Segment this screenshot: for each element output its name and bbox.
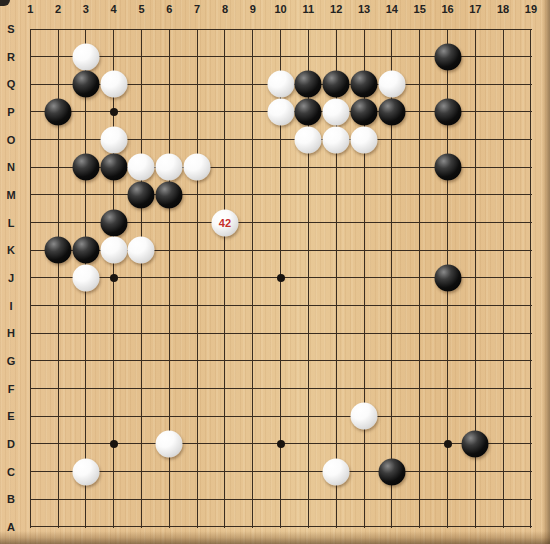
grid-line-horizontal: [30, 388, 532, 389]
column-label: 14: [386, 4, 398, 15]
star-point: [110, 274, 118, 282]
black-stone[interactable]: [100, 209, 127, 236]
black-stone[interactable]: [323, 71, 350, 98]
go-board[interactable]: 12345678910111213141516171819SRQPONMLKJI…: [0, 0, 550, 544]
grid-line-vertical: [503, 29, 504, 528]
white-stone[interactable]: [100, 237, 127, 264]
black-stone[interactable]: [462, 430, 489, 457]
row-label: I: [9, 300, 12, 311]
black-stone[interactable]: [45, 98, 72, 125]
black-stone[interactable]: [434, 98, 461, 125]
row-label: L: [8, 217, 15, 228]
black-stone[interactable]: [156, 181, 183, 208]
row-label: K: [7, 245, 15, 256]
column-label: 2: [55, 4, 61, 15]
black-stone[interactable]: [295, 98, 322, 125]
row-label: A: [7, 521, 15, 532]
star-point: [110, 108, 118, 116]
grid-line-vertical: [141, 29, 142, 528]
column-label: 5: [138, 4, 144, 15]
black-stone[interactable]: [100, 154, 127, 181]
row-label: Q: [7, 79, 16, 90]
column-label: 18: [497, 4, 509, 15]
grid-line-vertical: [530, 29, 531, 528]
board-edge-right: [542, 0, 550, 544]
white-stone[interactable]: [351, 126, 378, 153]
row-label: G: [7, 355, 16, 366]
column-label: 17: [469, 4, 481, 15]
column-label: 4: [111, 4, 117, 15]
grid-line-vertical: [197, 29, 198, 528]
row-label: E: [7, 411, 14, 422]
black-stone[interactable]: [351, 71, 378, 98]
white-stone[interactable]: [156, 154, 183, 181]
star-point: [444, 440, 452, 448]
grid-line-horizontal: [30, 305, 532, 306]
black-stone[interactable]: [295, 71, 322, 98]
black-stone[interactable]: [434, 43, 461, 70]
column-label: 16: [441, 4, 453, 15]
column-label: 15: [414, 4, 426, 15]
row-label: P: [7, 106, 14, 117]
row-label: N: [7, 162, 15, 173]
white-stone[interactable]: [72, 43, 99, 70]
row-label: S: [7, 24, 14, 35]
white-stone[interactable]: [323, 458, 350, 485]
white-stone[interactable]: [156, 430, 183, 457]
grid-line-horizontal: [30, 471, 532, 472]
white-stone[interactable]: [72, 458, 99, 485]
black-stone[interactable]: [45, 237, 72, 264]
star-point: [277, 440, 285, 448]
row-label: F: [8, 383, 15, 394]
column-label: 9: [250, 4, 256, 15]
board-edge-bottom: [0, 531, 550, 544]
black-stone[interactable]: [72, 71, 99, 98]
row-label: O: [7, 134, 16, 145]
white-stone[interactable]: [100, 126, 127, 153]
row-label: M: [6, 189, 15, 200]
white-stone[interactable]: [267, 71, 294, 98]
black-stone[interactable]: [378, 458, 405, 485]
white-stone[interactable]: [100, 71, 127, 98]
star-point: [277, 274, 285, 282]
column-label: 1: [27, 4, 33, 15]
corner-mark: [0, 0, 10, 6]
white-stone[interactable]: [267, 98, 294, 125]
grid-line-horizontal: [30, 416, 532, 417]
white-stone[interactable]: [351, 403, 378, 430]
grid-line-vertical: [224, 29, 225, 528]
white-stone[interactable]: [72, 264, 99, 291]
row-label: B: [7, 494, 15, 505]
black-stone[interactable]: [72, 237, 99, 264]
column-label: 7: [194, 4, 200, 15]
white-stone[interactable]: [378, 71, 405, 98]
white-stone[interactable]: [323, 98, 350, 125]
black-stone[interactable]: [72, 154, 99, 181]
column-label: 19: [525, 4, 537, 15]
white-stone[interactable]: [128, 237, 155, 264]
column-label: 6: [166, 4, 172, 15]
column-label: 10: [274, 4, 286, 15]
white-stone[interactable]: [184, 154, 211, 181]
black-stone[interactable]: [128, 181, 155, 208]
black-stone[interactable]: [434, 154, 461, 181]
star-point: [110, 440, 118, 448]
black-stone[interactable]: [351, 98, 378, 125]
grid-line-horizontal: [30, 333, 532, 334]
grid-line-vertical: [419, 29, 420, 528]
black-stone[interactable]: [434, 264, 461, 291]
column-label: 3: [83, 4, 89, 15]
grid-line-horizontal: [30, 499, 532, 500]
row-label: J: [8, 272, 14, 283]
row-label: H: [7, 328, 15, 339]
grid-line-horizontal: [30, 360, 532, 361]
row-label: D: [7, 438, 15, 449]
grid-line-horizontal: [30, 526, 532, 527]
grid-line-vertical: [252, 29, 253, 528]
white-stone[interactable]: [295, 126, 322, 153]
white-stone[interactable]: [128, 154, 155, 181]
column-label: 13: [358, 4, 370, 15]
white-stone[interactable]: 42: [211, 209, 238, 236]
white-stone[interactable]: [323, 126, 350, 153]
move-number-label: 42: [219, 217, 231, 228]
column-label: 12: [330, 4, 342, 15]
column-label: 11: [303, 4, 315, 15]
grid-line-vertical: [30, 29, 31, 528]
row-label: C: [7, 466, 15, 477]
row-label: R: [7, 51, 15, 62]
column-label: 8: [222, 4, 228, 15]
black-stone[interactable]: [378, 98, 405, 125]
